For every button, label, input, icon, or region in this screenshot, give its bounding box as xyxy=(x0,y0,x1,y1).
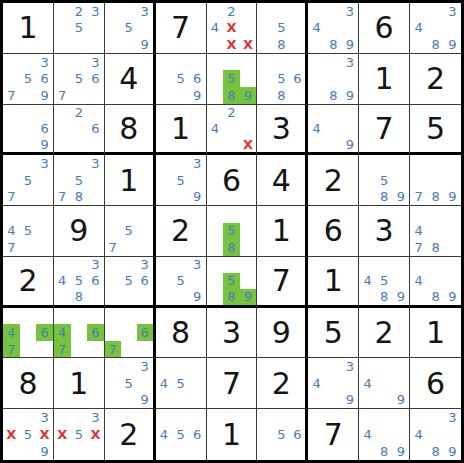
empty-mark xyxy=(257,36,273,53)
candidate-8: 8 xyxy=(427,189,444,206)
empty-mark xyxy=(410,206,427,223)
empty-mark xyxy=(376,257,393,273)
cell-r2c6[interactable]: 568 xyxy=(257,54,308,105)
candidate-2: 2 xyxy=(71,105,88,121)
cell-r2c9[interactable]: 2 xyxy=(410,54,461,105)
empty-mark xyxy=(444,239,461,256)
empty-mark xyxy=(54,20,71,37)
cell-r3c1[interactable]: 69 xyxy=(3,105,54,156)
cell-r3c4[interactable]: 1 xyxy=(156,105,207,156)
eliminated-candidate-4: X xyxy=(54,426,71,443)
cell-r8c3[interactable]: 359 xyxy=(105,358,156,409)
empty-mark xyxy=(444,257,461,273)
cell-value: 8 xyxy=(3,358,53,408)
candidate-4: 4 xyxy=(359,426,376,443)
empty-mark xyxy=(359,392,376,409)
cell-r4c7[interactable]: 2 xyxy=(308,155,359,206)
empty-mark xyxy=(257,426,273,443)
cell-r6c8[interactable]: 4589 xyxy=(359,257,410,308)
candidate-7: 7 xyxy=(105,341,121,358)
candidate-4: 4 xyxy=(410,426,427,443)
cell-r6c4[interactable]: 359 xyxy=(156,257,207,308)
cell-r8c2[interactable]: 1 xyxy=(54,358,105,409)
empty-mark xyxy=(289,20,305,37)
cell-r9c2[interactable]: 3X5X xyxy=(54,409,105,460)
cell-r7c3[interactable]: 67 xyxy=(105,308,156,359)
empty-mark xyxy=(240,70,257,87)
empty-mark xyxy=(156,392,173,409)
candidate-4: 4 xyxy=(3,223,20,240)
cell-value: 1 xyxy=(207,409,257,460)
pencil-marks: 467 xyxy=(54,308,104,358)
empty-mark xyxy=(20,136,37,152)
cell-r5c8[interactable]: 3 xyxy=(359,206,410,257)
candidate-4: 4 xyxy=(156,426,173,443)
cell-value: 6 xyxy=(308,206,358,256)
empty-mark xyxy=(427,273,444,289)
candidate-7: 7 xyxy=(410,189,427,206)
empty-mark xyxy=(189,358,206,375)
empty-mark xyxy=(427,426,444,443)
candidate-4: 4 xyxy=(308,120,325,136)
candidate-3: 3 xyxy=(137,257,153,273)
empty-mark xyxy=(172,87,189,104)
empty-mark xyxy=(71,155,88,172)
candidate-5: 5 xyxy=(20,223,37,240)
pencil-marks: 359 xyxy=(156,155,206,205)
empty-mark xyxy=(189,172,206,189)
candidate-5: 5 xyxy=(273,20,289,37)
empty-mark xyxy=(156,273,173,289)
empty-mark xyxy=(137,206,153,223)
cell-r3c6[interactable]: 3 xyxy=(257,105,308,156)
cell-r8c6[interactable]: 2 xyxy=(257,358,308,409)
candidate-4: 4 xyxy=(156,375,173,392)
candidate-2: 2 xyxy=(223,3,240,20)
cell-r7c1[interactable]: 467 xyxy=(3,308,54,359)
pencil-marks: 57 xyxy=(105,206,153,256)
empty-mark xyxy=(444,155,461,172)
empty-mark xyxy=(121,308,137,325)
empty-mark xyxy=(172,289,189,305)
empty-mark xyxy=(240,206,257,223)
empty-mark xyxy=(87,136,104,152)
empty-mark xyxy=(20,324,37,341)
cell-r3c3[interactable]: 8 xyxy=(105,105,156,156)
cell-r4c5[interactable]: 6 xyxy=(207,155,258,206)
eliminated-candidate-4: X xyxy=(3,426,20,443)
candidate-3: 3 xyxy=(87,257,104,273)
cell-r1c7[interactable]: 3489 xyxy=(308,3,359,54)
cell-r1c5[interactable]: 24XXX xyxy=(207,3,258,54)
cell-r8c4[interactable]: 45 xyxy=(156,358,207,409)
empty-mark xyxy=(54,443,71,460)
empty-mark xyxy=(207,36,224,53)
empty-mark xyxy=(36,105,53,121)
candidate-5: 5 xyxy=(172,426,189,443)
cell-r4c1[interactable]: 357 xyxy=(3,155,54,206)
empty-mark xyxy=(240,105,257,121)
candidate-9: 9 xyxy=(342,36,359,53)
cell-r3c5[interactable]: 24X xyxy=(207,105,258,156)
candidate-4: 4 xyxy=(410,273,427,289)
candidate-9: 9 xyxy=(444,289,461,305)
empty-mark xyxy=(223,120,240,136)
candidate-9: 9 xyxy=(36,87,53,104)
empty-mark xyxy=(105,358,121,375)
pencil-marks: 24X xyxy=(207,105,257,153)
empty-mark xyxy=(137,341,153,358)
candidate-6: 6 xyxy=(189,426,206,443)
empty-mark xyxy=(308,54,325,71)
empty-mark xyxy=(359,443,376,460)
cell-r8c5[interactable]: 7 xyxy=(207,358,258,409)
empty-mark xyxy=(444,426,461,443)
cell-r6c5[interactable]: 589 xyxy=(207,257,258,308)
empty-mark xyxy=(172,358,189,375)
empty-mark xyxy=(189,54,206,71)
cell-r7c5[interactable]: 3 xyxy=(207,308,258,359)
cell-r9c5[interactable]: 1 xyxy=(207,409,258,460)
candidate-3: 3 xyxy=(189,257,206,273)
pencil-marks: 349 xyxy=(308,358,358,408)
empty-mark xyxy=(359,358,376,375)
cell-r2c2[interactable]: 3567 xyxy=(54,54,105,105)
cell-r7c2[interactable]: 467 xyxy=(54,308,105,359)
pencil-marks: 35679 xyxy=(3,54,53,104)
cell-r1c4[interactable]: 7 xyxy=(156,3,207,54)
empty-mark xyxy=(87,189,104,206)
candidate-5: 5 xyxy=(376,172,393,189)
cell-r7c7[interactable]: 5 xyxy=(308,308,359,359)
empty-mark xyxy=(427,223,444,240)
candidate-5: 5 xyxy=(20,426,37,443)
cell-r4c3[interactable]: 1 xyxy=(105,155,156,206)
empty-mark xyxy=(121,239,137,256)
empty-mark xyxy=(325,358,342,375)
pencil-marks: 58 xyxy=(257,3,305,53)
cell-value: 7 xyxy=(257,257,305,305)
empty-mark xyxy=(240,239,257,256)
empty-mark xyxy=(189,375,206,392)
candidate-4: 4 xyxy=(410,20,427,37)
cell-r7c4[interactable]: 8 xyxy=(156,308,207,359)
cell-r9c7[interactable]: 7 xyxy=(308,409,359,460)
candidate-4: 4 xyxy=(308,375,325,392)
pencil-marks: 456 xyxy=(156,409,206,460)
empty-mark xyxy=(54,155,71,172)
candidate-4: 4 xyxy=(207,120,224,136)
empty-mark xyxy=(392,409,409,426)
empty-mark xyxy=(87,443,104,460)
empty-mark xyxy=(257,443,273,460)
empty-mark xyxy=(172,443,189,460)
empty-mark xyxy=(156,289,173,305)
empty-mark xyxy=(325,20,342,37)
empty-mark xyxy=(172,189,189,206)
empty-mark xyxy=(273,443,289,460)
candidate-5: 5 xyxy=(20,70,37,87)
cell-value: 5 xyxy=(308,308,358,358)
cell-r5c2[interactable]: 9 xyxy=(54,206,105,257)
empty-mark xyxy=(207,87,224,104)
empty-mark xyxy=(121,36,137,53)
cell-r6c3[interactable]: 356 xyxy=(105,257,156,308)
empty-mark xyxy=(20,87,37,104)
cell-r1c6[interactable]: 58 xyxy=(257,3,308,54)
pencil-marks: 359 xyxy=(156,257,206,305)
empty-mark xyxy=(308,3,325,20)
empty-mark xyxy=(308,392,325,409)
empty-mark xyxy=(156,358,173,375)
cell-r2c1[interactable]: 35679 xyxy=(3,54,54,105)
cell-r1c8[interactable]: 6 xyxy=(359,3,410,54)
empty-mark xyxy=(444,223,461,240)
cell-r6c6[interactable]: 7 xyxy=(257,257,308,308)
candidate-3: 3 xyxy=(444,409,461,426)
candidate-4: 4 xyxy=(410,223,427,240)
cell-r2c4[interactable]: 569 xyxy=(156,54,207,105)
empty-mark xyxy=(121,341,137,358)
empty-mark xyxy=(410,409,427,426)
cell-r6c1[interactable]: 2 xyxy=(3,257,54,308)
cell-r3c2[interactable]: 26 xyxy=(54,105,105,156)
candidate-5: 5 xyxy=(121,375,137,392)
cell-r6c7[interactable]: 1 xyxy=(308,257,359,308)
cell-value: 2 xyxy=(359,308,409,358)
pencil-marks: 489 xyxy=(410,257,461,305)
cell-r6c9[interactable]: 489 xyxy=(410,257,461,308)
empty-mark xyxy=(207,105,224,121)
empty-mark xyxy=(3,105,20,121)
pencil-marks: 3489 xyxy=(308,3,358,53)
empty-mark xyxy=(105,3,121,20)
empty-mark xyxy=(207,70,224,87)
empty-mark xyxy=(36,189,53,206)
cell-r5c5[interactable]: 58 xyxy=(207,206,258,257)
empty-mark xyxy=(427,155,444,172)
cell-r9c9[interactable]: 3489 xyxy=(410,409,461,460)
empty-mark xyxy=(359,172,376,189)
empty-mark xyxy=(376,358,393,375)
empty-mark xyxy=(137,20,153,37)
pencil-marks: 58 xyxy=(207,206,257,256)
pencil-marks: 3578 xyxy=(54,155,104,205)
empty-mark xyxy=(20,409,37,426)
empty-mark xyxy=(54,308,71,325)
empty-mark xyxy=(325,105,342,121)
cell-r9c8[interactable]: 489 xyxy=(359,409,410,460)
cell-r8c1[interactable]: 8 xyxy=(3,358,54,409)
cell-r4c4[interactable]: 359 xyxy=(156,155,207,206)
pencil-marks: 569 xyxy=(156,54,206,104)
empty-mark xyxy=(207,257,224,273)
cell-r4c6[interactable]: 4 xyxy=(257,155,308,206)
empty-mark xyxy=(3,54,20,71)
empty-mark xyxy=(87,87,104,104)
cell-r5c4[interactable]: 2 xyxy=(156,206,207,257)
empty-mark xyxy=(87,341,104,358)
cell-r7c9[interactable]: 1 xyxy=(410,308,461,359)
empty-mark xyxy=(376,375,393,392)
cell-value: 4 xyxy=(105,54,153,104)
cell-r5c6[interactable]: 1 xyxy=(257,206,308,257)
cell-r3c7[interactable]: 49 xyxy=(308,105,359,156)
cell-r2c8[interactable]: 1 xyxy=(359,54,410,105)
cell-r8c7[interactable]: 349 xyxy=(308,358,359,409)
candidate-9: 9 xyxy=(36,136,53,152)
cell-r9c3[interactable]: 2 xyxy=(105,409,156,460)
empty-mark xyxy=(427,257,444,273)
empty-mark xyxy=(410,289,427,305)
empty-mark xyxy=(325,136,342,152)
candidate-5: 5 xyxy=(273,70,289,87)
cell-r5c3[interactable]: 57 xyxy=(105,206,156,257)
empty-mark xyxy=(427,20,444,37)
candidate-6: 6 xyxy=(289,70,305,87)
cell-value: 1 xyxy=(105,155,153,205)
cell-r4c2[interactable]: 3578 xyxy=(54,155,105,206)
cell-r1c3[interactable]: 359 xyxy=(105,3,156,54)
pencil-marks: 356 xyxy=(105,257,153,305)
cell-r1c1[interactable]: 1 xyxy=(3,3,54,54)
pencil-marks: 589 xyxy=(207,54,257,104)
empty-mark xyxy=(20,120,37,136)
empty-mark xyxy=(207,3,224,20)
empty-mark xyxy=(71,443,88,460)
candidate-7: 7 xyxy=(54,189,71,206)
candidate-9: 9 xyxy=(444,443,461,460)
empty-mark xyxy=(36,172,53,189)
empty-mark xyxy=(427,3,444,20)
candidate-6: 6 xyxy=(137,324,153,341)
empty-mark xyxy=(137,239,153,256)
candidate-5: 5 xyxy=(223,223,240,240)
empty-mark xyxy=(257,54,273,71)
empty-mark xyxy=(172,155,189,172)
pencil-marks: 49 xyxy=(308,105,358,153)
empty-mark xyxy=(54,70,71,87)
cell-value: 5 xyxy=(410,105,461,153)
candidate-7: 7 xyxy=(105,239,121,256)
empty-mark xyxy=(240,120,257,136)
empty-mark xyxy=(257,3,273,20)
empty-mark xyxy=(54,3,71,20)
candidate-7: 7 xyxy=(410,239,427,256)
empty-mark xyxy=(36,206,53,223)
empty-mark xyxy=(392,257,409,273)
empty-mark xyxy=(3,409,20,426)
cell-r4c8[interactable]: 589 xyxy=(359,155,410,206)
empty-mark xyxy=(137,223,153,240)
empty-mark xyxy=(71,136,88,152)
cell-r6c2[interactable]: 34568 xyxy=(54,257,105,308)
candidate-7: 7 xyxy=(3,341,20,358)
empty-mark xyxy=(3,206,20,223)
cell-r1c9[interactable]: 3489 xyxy=(410,3,461,54)
candidate-5: 5 xyxy=(376,273,393,289)
empty-mark xyxy=(121,289,137,305)
cell-value: 3 xyxy=(359,206,409,256)
cell-r7c8[interactable]: 2 xyxy=(359,308,410,359)
candidate-6: 6 xyxy=(87,120,104,136)
candidate-5: 5 xyxy=(172,70,189,87)
candidate-9: 9 xyxy=(36,443,53,460)
empty-mark xyxy=(240,223,257,240)
pencil-marks: 457 xyxy=(3,206,53,256)
cell-r4c9[interactable]: 789 xyxy=(410,155,461,206)
empty-mark xyxy=(410,155,427,172)
empty-mark xyxy=(223,257,240,273)
cell-r5c1[interactable]: 457 xyxy=(3,206,54,257)
pencil-marks: 235 xyxy=(54,3,104,53)
empty-mark xyxy=(54,257,71,273)
empty-mark xyxy=(257,87,273,104)
empty-mark xyxy=(87,172,104,189)
cell-r8c9[interactable]: 6 xyxy=(410,358,461,409)
candidate-8: 8 xyxy=(427,239,444,256)
empty-mark xyxy=(71,54,88,71)
candidate-9: 9 xyxy=(137,392,153,409)
candidate-5: 5 xyxy=(273,426,289,443)
candidate-5: 5 xyxy=(20,172,37,189)
empty-mark xyxy=(289,443,305,460)
cell-r3c9[interactable]: 5 xyxy=(410,105,461,156)
empty-mark xyxy=(105,206,121,223)
cell-r2c7[interactable]: 389 xyxy=(308,54,359,105)
candidate-3: 3 xyxy=(36,409,53,426)
candidate-3: 3 xyxy=(137,3,153,20)
empty-mark xyxy=(376,409,393,426)
cell-r5c9[interactable]: 478 xyxy=(410,206,461,257)
candidate-9: 9 xyxy=(392,392,409,409)
empty-mark xyxy=(156,409,173,426)
empty-mark xyxy=(87,36,104,53)
cell-r2c5[interactable]: 589 xyxy=(207,54,258,105)
pencil-marks: 357 xyxy=(3,155,53,205)
cell-r9c4[interactable]: 456 xyxy=(156,409,207,460)
empty-mark xyxy=(105,273,121,289)
empty-mark xyxy=(36,239,53,256)
empty-mark xyxy=(240,273,257,289)
empty-mark xyxy=(342,105,359,121)
cell-r5c7[interactable]: 6 xyxy=(308,206,359,257)
candidate-5: 5 xyxy=(172,172,189,189)
cell-r9c1[interactable]: 3X5X9 xyxy=(3,409,54,460)
cell-r8c8[interactable]: 49 xyxy=(359,358,410,409)
cell-r3c8[interactable]: 7 xyxy=(359,105,410,156)
cell-r2c3[interactable]: 4 xyxy=(105,54,156,105)
empty-mark xyxy=(223,206,240,223)
candidate-5: 5 xyxy=(71,273,88,289)
candidate-4: 4 xyxy=(359,375,376,392)
candidate-3: 3 xyxy=(189,155,206,172)
cell-r7c6[interactable]: 9 xyxy=(257,308,308,359)
empty-mark xyxy=(71,87,88,104)
cell-r1c2[interactable]: 235 xyxy=(54,3,105,54)
pencil-marks: 3489 xyxy=(410,409,461,460)
empty-mark xyxy=(342,375,359,392)
candidate-9: 9 xyxy=(342,136,359,152)
empty-mark xyxy=(223,54,240,71)
cell-r9c6[interactable]: 56 xyxy=(257,409,308,460)
candidate-5: 5 xyxy=(223,273,240,289)
cell-value: 6 xyxy=(207,155,257,205)
candidate-6: 6 xyxy=(36,120,53,136)
empty-mark xyxy=(410,443,427,460)
empty-mark xyxy=(71,36,88,53)
candidate-9: 9 xyxy=(240,87,257,104)
